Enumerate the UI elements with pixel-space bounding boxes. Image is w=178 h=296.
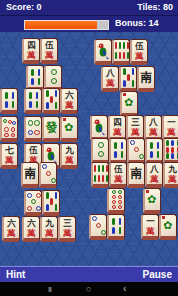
tiles-remaining-label: Tiles: 80 xyxy=(137,0,173,15)
tile-d3[interactable] xyxy=(127,138,145,164)
tile-b8[interactable] xyxy=(112,39,130,65)
bonus-progress-bar xyxy=(24,20,109,30)
tile-b5[interactable] xyxy=(119,66,137,92)
hint-button[interactable]: Hint xyxy=(6,267,25,283)
tile-F[interactable]: ✿ xyxy=(159,214,177,240)
tile-m1[interactable]: 一萬 xyxy=(141,214,159,240)
tile-m6[interactable]: 六萬 xyxy=(2,216,20,242)
tile-m5[interactable]: 伍萬 xyxy=(130,39,148,65)
back-icon[interactable]: ‹ xyxy=(123,283,126,295)
bottom-action-bar: Hint Pause xyxy=(0,266,178,282)
tile-b9[interactable] xyxy=(163,138,178,164)
tile-b4[interactable] xyxy=(24,88,42,114)
tile-d8[interactable] xyxy=(107,188,125,214)
tile-b1[interactable] xyxy=(94,39,112,65)
tile-m7[interactable]: 七萬 xyxy=(0,143,18,169)
pause-button[interactable]: Pause xyxy=(143,267,172,283)
tile-m8[interactable]: 八萬 xyxy=(145,162,163,188)
tile-d5[interactable] xyxy=(24,190,42,216)
tile-d3[interactable] xyxy=(89,214,107,240)
tile-b5[interactable] xyxy=(42,88,60,114)
tile-d3[interactable] xyxy=(39,162,57,188)
tile-WS[interactable]: 南 xyxy=(21,162,39,188)
tile-m8[interactable]: 八萬 xyxy=(101,66,119,92)
mahjong-app: Score: 0 Tiles: 80 Bonus: 14 四萬伍萬六萬發✿七萬伍… xyxy=(0,0,178,296)
recents-icon[interactable]: ‖ xyxy=(48,283,52,296)
tile-b4[interactable] xyxy=(107,214,125,240)
tile-WS[interactable]: 南 xyxy=(137,66,155,92)
tile-F[interactable]: ✿ xyxy=(120,91,138,117)
top-hud: Score: 0 Tiles: 80 Bonus: 14 xyxy=(0,0,178,32)
bonus-progress-fill xyxy=(25,21,97,29)
tile-F[interactable]: ✿ xyxy=(60,116,78,142)
bonus-label: Bonus: 14 xyxy=(115,16,159,31)
tile-m4[interactable]: 四萬 xyxy=(22,38,40,64)
android-nav-bar: ‖ ○ ‹ xyxy=(0,283,178,296)
tile-d7[interactable] xyxy=(0,116,18,142)
score-label: Score: 0 xyxy=(6,0,42,15)
tile-m9[interactable]: 九萬 xyxy=(40,216,58,242)
tile-m5[interactable]: 伍萬 xyxy=(40,38,58,64)
tile-m6[interactable]: 六萬 xyxy=(22,216,40,242)
mahjong-board: 四萬伍萬六萬發✿七萬伍萬九萬南六萬六萬九萬三萬伍萬八萬南✿四萬三萬八萬一萬伍萬南… xyxy=(0,32,178,266)
tile-d4[interactable] xyxy=(24,116,42,142)
tile-m6[interactable]: 六萬 xyxy=(60,88,78,114)
tile-b8[interactable] xyxy=(91,162,109,188)
tile-d2[interactable] xyxy=(91,138,109,164)
tile-m5[interactable]: 伍萬 xyxy=(109,162,127,188)
tile-m9[interactable]: 九萬 xyxy=(163,162,178,188)
tile-b5[interactable] xyxy=(42,190,60,216)
tile-m3[interactable]: 三萬 xyxy=(58,216,76,242)
tile-F[interactable]: ✿ xyxy=(143,188,161,214)
tile-m9[interactable]: 九萬 xyxy=(60,143,78,169)
tile-b4[interactable] xyxy=(145,138,163,164)
tile-WS[interactable]: 南 xyxy=(127,162,145,188)
tile-DG[interactable]: 發 xyxy=(42,116,60,142)
tile-b4[interactable] xyxy=(109,138,127,164)
tile-b4[interactable] xyxy=(0,88,18,114)
home-icon[interactable]: ○ xyxy=(86,283,91,296)
